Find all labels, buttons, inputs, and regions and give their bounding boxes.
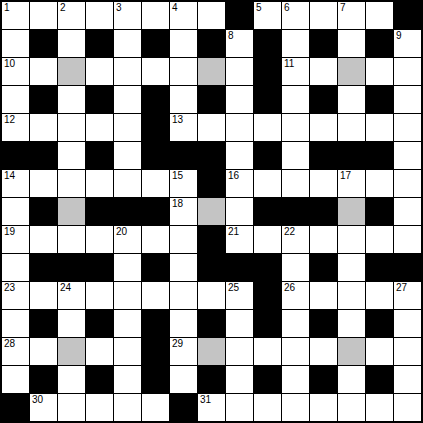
- black-cell: [86, 86, 113, 113]
- black-cell: [198, 226, 225, 253]
- black-cell: [198, 30, 225, 57]
- black-cell: [198, 86, 225, 113]
- grid-cell[interactable]: [30, 226, 57, 253]
- grid-cell[interactable]: [338, 114, 365, 141]
- black-cell: [86, 254, 113, 281]
- clue-number: 11: [284, 58, 294, 69]
- grid-cell[interactable]: [394, 226, 421, 253]
- black-cell: [30, 86, 57, 113]
- black-cell: [254, 58, 281, 85]
- grid-cell[interactable]: 30: [30, 394, 57, 421]
- grid-cell[interactable]: [338, 254, 365, 281]
- grid-cell[interactable]: [282, 254, 309, 281]
- grid-cell[interactable]: 11: [282, 58, 309, 85]
- grid-cell[interactable]: [86, 226, 113, 253]
- grid-cell[interactable]: [254, 114, 281, 141]
- grid-cell[interactable]: [366, 2, 393, 29]
- clue-number: 4: [172, 2, 178, 13]
- clue-number: 20: [116, 226, 127, 237]
- grid-cell[interactable]: [310, 282, 337, 309]
- shaded-cell[interactable]: [338, 198, 365, 225]
- grid-cell[interactable]: 28: [2, 338, 29, 365]
- grid-cell[interactable]: [198, 114, 225, 141]
- grid-cell[interactable]: 29: [170, 338, 197, 365]
- clue-number: 17: [340, 170, 351, 181]
- grid-cell[interactable]: [114, 30, 141, 57]
- grid-cell[interactable]: [2, 86, 29, 113]
- grid-cell[interactable]: [114, 310, 141, 337]
- black-cell: [310, 86, 337, 113]
- grid-cell[interactable]: [282, 170, 309, 197]
- grid-cell[interactable]: [142, 394, 169, 421]
- grid-cell[interactable]: [114, 170, 141, 197]
- grid-cell[interactable]: [394, 142, 421, 169]
- clue-number: 31: [200, 394, 211, 405]
- grid-cell[interactable]: [114, 58, 141, 85]
- black-cell: [310, 142, 337, 169]
- black-cell: [198, 366, 225, 393]
- black-cell: [30, 30, 57, 57]
- grid-cell[interactable]: 8: [226, 30, 253, 57]
- clue-number: 27: [396, 282, 407, 293]
- black-cell: [30, 198, 57, 225]
- grid-cell[interactable]: [394, 394, 421, 421]
- grid-cell[interactable]: [114, 86, 141, 113]
- black-cell: [254, 86, 281, 113]
- grid-cell[interactable]: [30, 114, 57, 141]
- grid-cell[interactable]: [58, 366, 85, 393]
- black-cell: [142, 310, 169, 337]
- grid-cell[interactable]: [310, 114, 337, 141]
- black-cell: [310, 30, 337, 57]
- clue-number: 23: [4, 282, 15, 293]
- clue-number: 18: [172, 198, 183, 209]
- grid-cell[interactable]: [2, 310, 29, 337]
- grid-cell[interactable]: [226, 58, 253, 85]
- clue-number: 19: [4, 226, 15, 237]
- grid-cell[interactable]: [310, 394, 337, 421]
- clue-number: 10: [4, 58, 15, 69]
- black-cell: [86, 30, 113, 57]
- grid-cell[interactable]: 17: [338, 170, 365, 197]
- grid-cell[interactable]: [2, 366, 29, 393]
- black-cell: [198, 254, 225, 281]
- grid-cell[interactable]: 20: [114, 226, 141, 253]
- clue-number: 1: [4, 2, 10, 13]
- black-cell: [170, 142, 197, 169]
- grid-cell[interactable]: [226, 310, 253, 337]
- grid-cell[interactable]: [58, 170, 85, 197]
- black-cell: [58, 254, 85, 281]
- grid-cell[interactable]: 14: [2, 170, 29, 197]
- black-cell: [142, 86, 169, 113]
- grid-cell[interactable]: [394, 86, 421, 113]
- grid-cell[interactable]: 27: [394, 282, 421, 309]
- black-cell: [394, 254, 421, 281]
- grid-cell[interactable]: [2, 198, 29, 225]
- grid-cell[interactable]: [86, 338, 113, 365]
- grid-cell[interactable]: [394, 310, 421, 337]
- grid-cell[interactable]: [366, 394, 393, 421]
- grid-cell[interactable]: [170, 310, 197, 337]
- grid-cell[interactable]: [142, 226, 169, 253]
- grid-cell[interactable]: [254, 394, 281, 421]
- grid-cell[interactable]: [310, 170, 337, 197]
- black-cell: [142, 366, 169, 393]
- shaded-cell[interactable]: [338, 338, 365, 365]
- clue-number: 3: [116, 2, 122, 13]
- grid-cell[interactable]: 7: [338, 2, 365, 29]
- grid-cell[interactable]: [86, 114, 113, 141]
- grid-cell[interactable]: 10: [2, 58, 29, 85]
- shaded-cell[interactable]: [58, 58, 85, 85]
- grid-cell[interactable]: [394, 170, 421, 197]
- grid-cell[interactable]: [142, 2, 169, 29]
- grid-cell[interactable]: [226, 114, 253, 141]
- grid-cell[interactable]: 15: [170, 170, 197, 197]
- grid-cell[interactable]: [394, 338, 421, 365]
- black-cell: [142, 30, 169, 57]
- clue-number: 14: [4, 170, 15, 181]
- grid-cell[interactable]: [394, 114, 421, 141]
- black-cell: [142, 142, 169, 169]
- grid-cell[interactable]: [338, 282, 365, 309]
- shaded-cell[interactable]: [198, 58, 225, 85]
- grid-cell[interactable]: 26: [282, 282, 309, 309]
- grid-cell[interactable]: 23: [2, 282, 29, 309]
- grid-cell[interactable]: [310, 58, 337, 85]
- grid-cell[interactable]: [114, 366, 141, 393]
- grid-cell[interactable]: [338, 310, 365, 337]
- black-cell: [366, 86, 393, 113]
- black-cell: [310, 198, 337, 225]
- grid-cell[interactable]: [58, 30, 85, 57]
- grid-cell[interactable]: [366, 58, 393, 85]
- grid-cell[interactable]: [310, 2, 337, 29]
- grid-cell[interactable]: [170, 58, 197, 85]
- grid-cell[interactable]: [58, 86, 85, 113]
- grid-cell[interactable]: [282, 310, 309, 337]
- grid-cell[interactable]: [30, 2, 57, 29]
- grid-cell[interactable]: 22: [282, 226, 309, 253]
- clue-number: 21: [228, 226, 239, 237]
- grid-cell[interactable]: 4: [170, 2, 197, 29]
- black-cell: [366, 310, 393, 337]
- grid-cell[interactable]: [338, 366, 365, 393]
- grid-cell[interactable]: 2: [58, 2, 85, 29]
- grid-cell[interactable]: [310, 338, 337, 365]
- grid-cell[interactable]: 18: [170, 198, 197, 225]
- grid-cell[interactable]: [58, 394, 85, 421]
- black-cell: [366, 366, 393, 393]
- grid-cell[interactable]: [58, 114, 85, 141]
- grid-cell[interactable]: [86, 282, 113, 309]
- clue-number: 7: [340, 2, 346, 13]
- clue-number: 2: [60, 2, 66, 13]
- grid-cell[interactable]: [226, 86, 253, 113]
- grid-cell[interactable]: [58, 310, 85, 337]
- grid-cell[interactable]: [142, 58, 169, 85]
- grid-cell[interactable]: [30, 282, 57, 309]
- shaded-cell[interactable]: [198, 338, 225, 365]
- grid-cell[interactable]: [394, 366, 421, 393]
- shaded-cell[interactable]: [338, 58, 365, 85]
- black-cell: [310, 310, 337, 337]
- grid-cell[interactable]: [2, 30, 29, 57]
- grid-cell[interactable]: 5: [254, 2, 281, 29]
- grid-cell[interactable]: [170, 30, 197, 57]
- grid-cell[interactable]: [394, 58, 421, 85]
- black-cell: [254, 30, 281, 57]
- grid-cell[interactable]: [114, 254, 141, 281]
- grid-cell[interactable]: [58, 142, 85, 169]
- grid-cell[interactable]: [226, 366, 253, 393]
- grid-cell[interactable]: [114, 114, 141, 141]
- clue-number: 8: [228, 30, 234, 41]
- grid-cell[interactable]: [114, 142, 141, 169]
- black-cell: [394, 2, 421, 29]
- grid-cell[interactable]: 31: [198, 394, 225, 421]
- black-cell: [30, 366, 57, 393]
- black-cell: [86, 366, 113, 393]
- grid-cell[interactable]: [170, 254, 197, 281]
- shaded-cell[interactable]: [58, 338, 85, 365]
- clue-number: 29: [172, 338, 183, 349]
- grid-cell[interactable]: 12: [2, 114, 29, 141]
- grid-cell[interactable]: 9: [394, 30, 421, 57]
- grid-cell[interactable]: [282, 114, 309, 141]
- grid-cell[interactable]: 19: [2, 226, 29, 253]
- black-cell: [142, 114, 169, 141]
- shaded-cell[interactable]: [198, 198, 225, 225]
- grid-cell[interactable]: [86, 2, 113, 29]
- grid-cell[interactable]: [198, 282, 225, 309]
- black-cell: [282, 198, 309, 225]
- grid-cell[interactable]: [58, 226, 85, 253]
- black-cell: [254, 282, 281, 309]
- black-cell: [366, 198, 393, 225]
- grid-cell[interactable]: 3: [114, 2, 141, 29]
- black-cell: [254, 142, 281, 169]
- black-cell: [226, 2, 253, 29]
- grid-cell[interactable]: [254, 338, 281, 365]
- black-cell: [30, 142, 57, 169]
- grid-cell[interactable]: [282, 338, 309, 365]
- shaded-cell[interactable]: [58, 198, 85, 225]
- black-cell: [366, 142, 393, 169]
- black-cell: [30, 254, 57, 281]
- grid-cell[interactable]: 21: [226, 226, 253, 253]
- clue-number: 12: [4, 114, 15, 125]
- grid-cell[interactable]: 13: [170, 114, 197, 141]
- black-cell: [310, 254, 337, 281]
- black-cell: [142, 198, 169, 225]
- black-cell: [2, 142, 29, 169]
- clue-number: 22: [284, 226, 295, 237]
- grid-cell[interactable]: [142, 282, 169, 309]
- grid-cell[interactable]: 1: [2, 2, 29, 29]
- grid-cell[interactable]: [30, 338, 57, 365]
- grid-cell[interactable]: [86, 170, 113, 197]
- black-cell: [254, 310, 281, 337]
- grid-cell[interactable]: [226, 338, 253, 365]
- grid-cell[interactable]: [394, 198, 421, 225]
- black-cell: [86, 198, 113, 225]
- clue-number: 16: [228, 170, 239, 181]
- black-cell: [2, 394, 29, 421]
- clue-number: 9: [396, 30, 402, 41]
- grid-cell[interactable]: [226, 198, 253, 225]
- black-cell: [254, 198, 281, 225]
- black-cell: [86, 142, 113, 169]
- clue-number: 30: [32, 394, 43, 405]
- grid-cell[interactable]: [30, 58, 57, 85]
- grid-cell[interactable]: 25: [226, 282, 253, 309]
- grid-cell[interactable]: [30, 170, 57, 197]
- grid-cell[interactable]: [338, 86, 365, 113]
- black-cell: [198, 310, 225, 337]
- grid-cell[interactable]: [366, 170, 393, 197]
- black-cell: [338, 142, 365, 169]
- grid-cell[interactable]: [198, 2, 225, 29]
- grid-cell[interactable]: [170, 366, 197, 393]
- grid-cell[interactable]: [2, 254, 29, 281]
- clue-number: 28: [4, 338, 15, 349]
- grid-cell[interactable]: [282, 366, 309, 393]
- grid-cell[interactable]: [86, 394, 113, 421]
- black-cell: [30, 310, 57, 337]
- clue-number: 25: [228, 282, 239, 293]
- grid-cell[interactable]: [170, 226, 197, 253]
- grid-cell[interactable]: [338, 226, 365, 253]
- clue-number: 15: [172, 170, 183, 181]
- crossword-grid: 1234567891011121314151617181920212223242…: [0, 0, 423, 423]
- grid-cell[interactable]: [366, 114, 393, 141]
- black-cell: [170, 394, 197, 421]
- grid-cell[interactable]: [86, 58, 113, 85]
- grid-cell[interactable]: [366, 338, 393, 365]
- grid-cell[interactable]: [114, 338, 141, 365]
- grid-cell[interactable]: [254, 170, 281, 197]
- grid-cell[interactable]: [282, 142, 309, 169]
- black-cell: [114, 198, 141, 225]
- grid-cell[interactable]: [366, 226, 393, 253]
- grid-cell[interactable]: 16: [226, 170, 253, 197]
- grid-cell[interactable]: 6: [282, 2, 309, 29]
- black-cell: [86, 310, 113, 337]
- black-cell: [366, 254, 393, 281]
- grid-cell[interactable]: [114, 394, 141, 421]
- black-cell: [226, 254, 253, 281]
- grid-cell[interactable]: [338, 30, 365, 57]
- black-cell: [142, 254, 169, 281]
- grid-cell[interactable]: [282, 30, 309, 57]
- black-cell: [198, 170, 225, 197]
- grid-cell[interactable]: [170, 86, 197, 113]
- grid-cell[interactable]: [142, 170, 169, 197]
- black-cell: [198, 142, 225, 169]
- grid-cell[interactable]: 24: [58, 282, 85, 309]
- black-cell: [254, 254, 281, 281]
- black-cell: [310, 366, 337, 393]
- grid-cell[interactable]: [282, 394, 309, 421]
- grid-cell[interactable]: [254, 226, 281, 253]
- grid-cell[interactable]: [366, 282, 393, 309]
- black-cell: [142, 338, 169, 365]
- clue-number: 13: [172, 114, 183, 125]
- black-cell: [254, 366, 281, 393]
- grid-cell[interactable]: [282, 86, 309, 113]
- grid-cell[interactable]: [338, 394, 365, 421]
- grid-cell[interactable]: [226, 394, 253, 421]
- clue-number: 6: [284, 2, 290, 13]
- grid-cell[interactable]: [170, 282, 197, 309]
- clue-number: 26: [284, 282, 295, 293]
- grid-cell[interactable]: [114, 282, 141, 309]
- grid-cell[interactable]: [310, 226, 337, 253]
- black-cell: [366, 30, 393, 57]
- clue-number: 5: [256, 2, 262, 13]
- clue-number: 24: [60, 282, 71, 293]
- grid-cell[interactable]: [226, 142, 253, 169]
